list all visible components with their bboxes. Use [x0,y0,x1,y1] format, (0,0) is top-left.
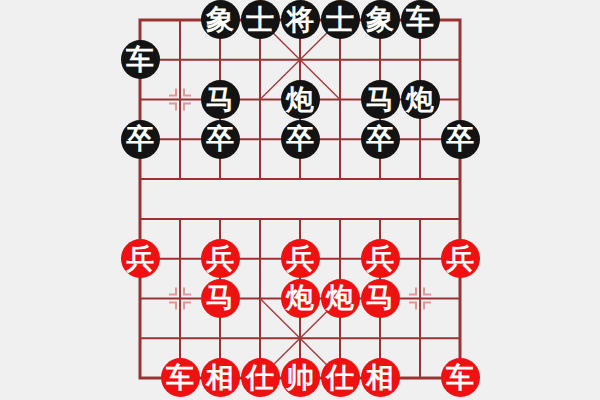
xiangqi-app: 象士将士象车车马炮马炮卒卒卒卒卒兵兵兵兵兵马炮炮马车相仕帅仕相车 [0,0,600,400]
red-chariot[interactable]: 车 [441,358,480,397]
black-horse[interactable]: 马 [361,80,400,119]
black-chariot[interactable]: 车 [401,0,440,39]
black-soldier[interactable]: 卒 [441,120,480,159]
red-cannon[interactable]: 炮 [321,279,360,318]
black-soldier[interactable]: 卒 [281,120,320,159]
black-elephant[interactable]: 象 [201,0,240,39]
black-horse[interactable]: 马 [201,80,240,119]
red-soldier[interactable]: 兵 [121,239,160,278]
red-horse[interactable]: 马 [201,279,240,318]
red-soldier[interactable]: 兵 [281,239,320,278]
piece-layer: 象士将士象车车马炮马炮卒卒卒卒卒兵兵兵兵兵马炮炮马车相仕帅仕相车 [120,0,480,398]
red-advisor[interactable]: 仕 [241,358,280,397]
black-general[interactable]: 将 [281,0,320,39]
red-advisor[interactable]: 仕 [321,358,360,397]
black-soldier[interactable]: 卒 [361,120,400,159]
red-cannon[interactable]: 炮 [281,279,320,318]
red-chariot[interactable]: 车 [161,358,200,397]
red-elephant[interactable]: 相 [201,358,240,397]
red-soldier[interactable]: 兵 [361,239,400,278]
black-elephant[interactable]: 象 [361,0,400,39]
red-general[interactable]: 帅 [281,358,320,397]
black-advisor[interactable]: 士 [321,0,360,39]
black-cannon[interactable]: 炮 [401,80,440,119]
red-elephant[interactable]: 相 [361,358,400,397]
black-soldier[interactable]: 卒 [201,120,240,159]
red-soldier[interactable]: 兵 [441,239,480,278]
red-horse[interactable]: 马 [361,279,400,318]
black-chariot[interactable]: 车 [121,40,160,79]
black-cannon[interactable]: 炮 [281,80,320,119]
black-soldier[interactable]: 卒 [121,120,160,159]
red-soldier[interactable]: 兵 [201,239,240,278]
black-advisor[interactable]: 士 [241,0,280,39]
